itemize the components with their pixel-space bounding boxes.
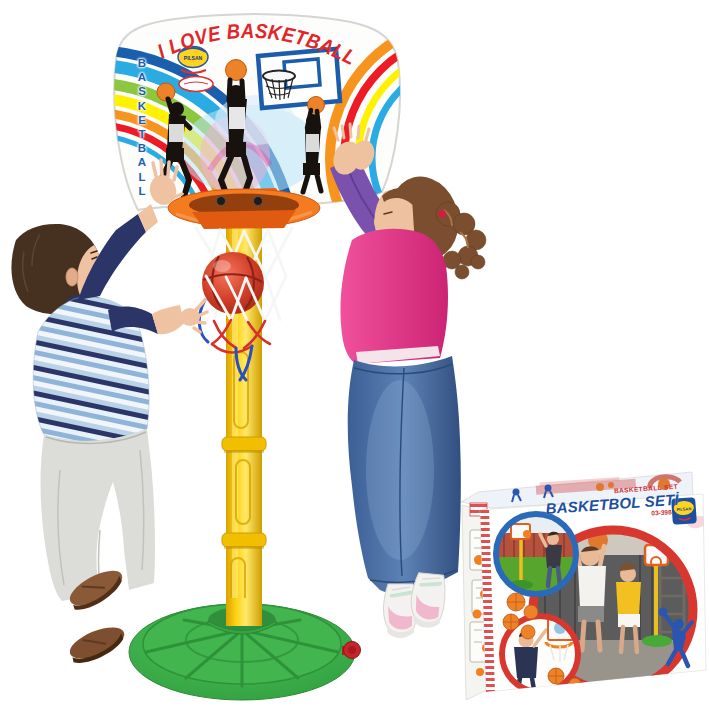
hair-tie	[438, 210, 446, 218]
scene-artwork: PILSAN I LOVE BASKETBALL	[0, 0, 709, 709]
rim-net-ball	[168, 188, 320, 380]
boy	[11, 160, 207, 668]
backboard-side-text: BASKETBALL	[124, 57, 148, 195]
girl	[329, 124, 486, 638]
base	[129, 598, 361, 700]
boy-sandal-lower	[66, 621, 130, 668]
boy-side-hand	[180, 300, 207, 332]
girl-sneaker	[384, 584, 417, 638]
product-photo-scene: PILSAN I LOVE BASKETBALL	[0, 0, 709, 709]
backboard-brand-text: PILSAN	[184, 55, 203, 61]
